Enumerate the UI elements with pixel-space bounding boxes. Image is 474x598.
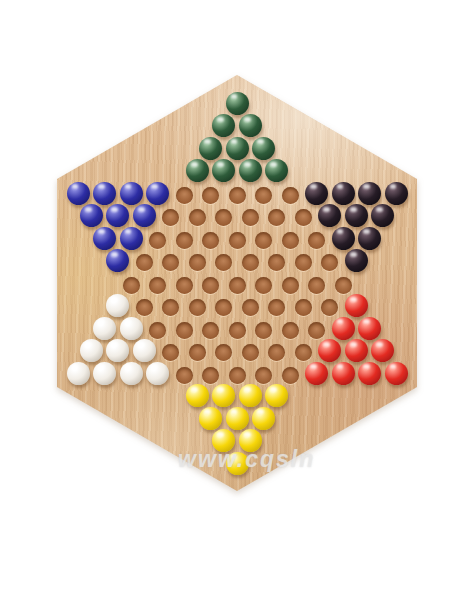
board-hole[interactable] [189,209,206,226]
board-hole[interactable] [229,232,246,249]
chinese-checkers-board [57,75,417,491]
marble-red[interactable] [358,362,381,385]
marble-yellow[interactable] [252,407,275,430]
board-hole[interactable] [282,232,299,249]
board-hole[interactable] [268,254,285,271]
marble-red[interactable] [385,362,408,385]
board-hole[interactable] [229,367,246,384]
marble-blue[interactable] [120,227,143,250]
marble-yellow[interactable] [199,407,222,430]
marble-white[interactable] [93,317,116,340]
marble-black[interactable] [345,249,368,272]
board-hole[interactable] [268,344,285,361]
marble-white[interactable] [67,362,90,385]
marble-green[interactable] [212,114,235,137]
marble-black[interactable] [358,227,381,250]
board-hole[interactable] [149,322,166,339]
board-hole[interactable] [149,232,166,249]
marble-white[interactable] [133,339,156,362]
marble-black[interactable] [318,204,341,227]
board-hole[interactable] [295,209,312,226]
board-hole[interactable] [136,254,153,271]
board-hole[interactable] [176,187,193,204]
marble-black[interactable] [358,182,381,205]
board-hole[interactable] [335,277,352,294]
board-hole[interactable] [149,277,166,294]
board-hole[interactable] [162,209,179,226]
marble-yellow[interactable] [265,384,288,407]
board-hole[interactable] [215,299,232,316]
board-hole[interactable] [162,299,179,316]
board-hole[interactable] [255,232,272,249]
board-hole[interactable] [215,344,232,361]
marble-yellow[interactable] [239,429,262,452]
board-hole[interactable] [242,254,259,271]
board-hole[interactable] [268,209,285,226]
marble-green[interactable] [226,92,249,115]
marble-black[interactable] [371,204,394,227]
board-hole[interactable] [268,299,285,316]
board-hole[interactable] [321,254,338,271]
board-hole[interactable] [295,299,312,316]
marble-green[interactable] [252,137,275,160]
marble-white[interactable] [106,294,129,317]
marble-red[interactable] [345,294,368,317]
marble-black[interactable] [332,182,355,205]
board-hole[interactable] [189,254,206,271]
board-hole[interactable] [229,322,246,339]
board-shadow-layer [0,0,474,598]
marble-blue[interactable] [146,182,169,205]
marble-black[interactable] [385,182,408,205]
board-hole[interactable] [308,322,325,339]
board-hole[interactable] [242,344,259,361]
marble-black[interactable] [332,227,355,250]
marble-green[interactable] [239,114,262,137]
board-hole[interactable] [282,322,299,339]
board-hole[interactable] [308,277,325,294]
board-hole[interactable] [242,299,259,316]
marble-blue[interactable] [106,249,129,272]
marble-red[interactable] [371,339,394,362]
board-hole[interactable] [189,344,206,361]
marble-blue[interactable] [93,227,116,250]
marble-red[interactable] [332,317,355,340]
marble-green[interactable] [199,137,222,160]
board-hole[interactable] [229,187,246,204]
marble-blue[interactable] [67,182,90,205]
marble-green[interactable] [239,159,262,182]
marble-white[interactable] [106,339,129,362]
marble-white[interactable] [93,362,116,385]
marble-red[interactable] [318,339,341,362]
marble-black[interactable] [345,204,368,227]
marble-red[interactable] [358,317,381,340]
board-hole[interactable] [255,277,272,294]
board-hole[interactable] [136,299,153,316]
board-hole[interactable] [255,187,272,204]
board-hole[interactable] [162,344,179,361]
marble-red[interactable] [332,362,355,385]
marble-blue[interactable] [133,204,156,227]
marble-green[interactable] [186,159,209,182]
marble-white[interactable] [146,362,169,385]
marble-blue[interactable] [106,204,129,227]
marble-yellow[interactable] [226,452,249,475]
board-hole[interactable] [176,232,193,249]
marble-black[interactable] [305,182,328,205]
board-hole[interactable] [282,277,299,294]
product-photo: www.cqsln [0,0,474,598]
marble-blue[interactable] [80,204,103,227]
marble-red[interactable] [305,362,328,385]
board-hole[interactable] [202,187,219,204]
board-hole[interactable] [295,344,312,361]
marble-green[interactable] [212,159,235,182]
board-hole[interactable] [176,277,193,294]
board-hole[interactable] [123,277,140,294]
board-hole[interactable] [202,367,219,384]
marble-yellow[interactable] [212,384,235,407]
board-hole[interactable] [255,322,272,339]
board-hole[interactable] [215,209,232,226]
board-hole[interactable] [189,299,206,316]
board-hole[interactable] [295,254,312,271]
board-hole[interactable] [215,254,232,271]
marble-white[interactable] [120,317,143,340]
board-hole[interactable] [282,367,299,384]
marble-white[interactable] [80,339,103,362]
board-hole[interactable] [202,277,219,294]
board-hole[interactable] [162,254,179,271]
board-hole[interactable] [255,367,272,384]
board-hole[interactable] [202,322,219,339]
board-hole[interactable] [229,277,246,294]
marble-blue[interactable] [93,182,116,205]
board-hole[interactable] [176,367,193,384]
marble-yellow[interactable] [212,429,235,452]
marble-white[interactable] [120,362,143,385]
marble-yellow[interactable] [186,384,209,407]
marble-red[interactable] [345,339,368,362]
marble-green[interactable] [265,159,288,182]
board-hole[interactable] [282,187,299,204]
board-hole[interactable] [321,299,338,316]
marble-yellow[interactable] [226,407,249,430]
board-hole[interactable] [202,232,219,249]
board-hole[interactable] [308,232,325,249]
marble-green[interactable] [226,137,249,160]
marble-yellow[interactable] [239,384,262,407]
board-hole[interactable] [176,322,193,339]
board-hole[interactable] [242,209,259,226]
marble-blue[interactable] [120,182,143,205]
